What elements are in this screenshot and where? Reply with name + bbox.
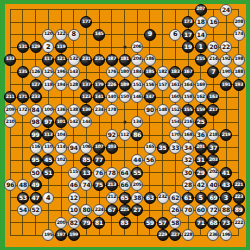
stone-black-59[interactable]: 59 bbox=[144, 217, 156, 229]
stone-white-70[interactable]: 70 bbox=[182, 204, 194, 216]
move-number: 51 bbox=[44, 170, 52, 176]
stone-black-17[interactable]: 17 bbox=[182, 29, 194, 41]
move-number: 147 bbox=[146, 95, 155, 100]
stone-black-86[interactable]: 86 bbox=[131, 129, 143, 141]
stone-black-193[interactable]: 193 bbox=[233, 79, 245, 91]
stone-black-223[interactable]: 223 bbox=[233, 192, 245, 204]
move-number: 209 bbox=[6, 108, 15, 113]
stone-white-48[interactable]: 48 bbox=[17, 179, 29, 191]
stone-black-107[interactable]: 107 bbox=[93, 142, 105, 154]
move-number: 154 bbox=[171, 120, 180, 125]
stone-black-155[interactable]: 155 bbox=[182, 104, 194, 116]
move-number: 163 bbox=[209, 95, 218, 100]
stone-white-28[interactable]: 28 bbox=[182, 179, 194, 191]
move-number: 177 bbox=[82, 20, 91, 25]
stone-black-45[interactable]: 45 bbox=[42, 154, 54, 166]
stone-black-183[interactable]: 183 bbox=[169, 66, 181, 78]
stone-black-117[interactable]: 117 bbox=[42, 54, 54, 66]
move-number: 66 bbox=[121, 182, 129, 188]
move-number: 78 bbox=[108, 170, 116, 176]
move-number: 62 bbox=[171, 195, 179, 201]
stone-white-206[interactable]: 206 bbox=[131, 41, 143, 53]
stone-white-205[interactable]: 205 bbox=[131, 179, 143, 191]
stone-black-31[interactable]: 31 bbox=[195, 154, 207, 166]
stone-white-162[interactable]: 162 bbox=[195, 91, 207, 103]
move-number: 162 bbox=[196, 95, 205, 100]
stone-white-6[interactable]: 6 bbox=[169, 29, 181, 41]
stone-white-172[interactable]: 172 bbox=[17, 104, 29, 116]
stone-white-72[interactable]: 72 bbox=[207, 204, 219, 216]
stone-white-78[interactable]: 78 bbox=[106, 167, 118, 179]
stone-black-75[interactable]: 75 bbox=[93, 179, 105, 191]
stone-white-42[interactable]: 42 bbox=[195, 179, 207, 191]
stone-black-61[interactable]: 61 bbox=[182, 192, 194, 204]
stone-white-110[interactable]: 110 bbox=[42, 142, 54, 154]
stone-black-99[interactable]: 99 bbox=[30, 129, 42, 141]
move-number: 160 bbox=[171, 95, 180, 100]
stone-white-80[interactable]: 80 bbox=[80, 204, 92, 216]
stone-white-204[interactable]: 204 bbox=[131, 54, 143, 66]
stone-white-140[interactable]: 140 bbox=[106, 91, 118, 103]
stone-black-65[interactable]: 65 bbox=[119, 192, 131, 204]
stone-black-49[interactable]: 49 bbox=[30, 179, 42, 191]
stone-white-188[interactable]: 188 bbox=[233, 66, 245, 78]
stone-white-12[interactable]: 12 bbox=[68, 192, 80, 204]
move-number: 143 bbox=[69, 70, 78, 75]
move-number: 184 bbox=[133, 70, 142, 75]
stone-black-187[interactable]: 187 bbox=[106, 54, 118, 66]
move-number: 36 bbox=[197, 132, 205, 138]
stone-white-182[interactable]: 182 bbox=[157, 66, 169, 78]
move-number: 190 bbox=[222, 70, 231, 75]
stone-white-180[interactable]: 180 bbox=[119, 66, 131, 78]
move-number: 27 bbox=[133, 207, 141, 213]
stone-black-211[interactable]: 211 bbox=[4, 91, 16, 103]
stone-white-161[interactable]: 161 bbox=[169, 79, 181, 91]
stone-white-208[interactable]: 208 bbox=[233, 16, 245, 28]
move-number: 77 bbox=[95, 157, 103, 163]
stone-black-103[interactable]: 103 bbox=[106, 142, 118, 154]
stone-black-219[interactable]: 219 bbox=[220, 129, 232, 141]
stone-black-89[interactable]: 89 bbox=[233, 204, 245, 216]
stone-white-146[interactable]: 146 bbox=[131, 91, 143, 103]
move-number: 43 bbox=[222, 182, 230, 188]
stone-black-121[interactable]: 121 bbox=[55, 54, 67, 66]
stone-white-88[interactable]: 88 bbox=[220, 204, 232, 216]
stone-black-85[interactable]: 85 bbox=[80, 154, 92, 166]
stone-white-20[interactable]: 20 bbox=[207, 41, 219, 53]
move-number: 196 bbox=[222, 233, 231, 238]
move-number: 231 bbox=[82, 57, 91, 62]
move-number: 128 bbox=[69, 83, 78, 88]
stone-black-63[interactable]: 63 bbox=[144, 192, 156, 204]
stone-black-173[interactable]: 173 bbox=[182, 16, 194, 28]
stone-white-126[interactable]: 126 bbox=[30, 66, 42, 78]
move-number: 157 bbox=[158, 83, 167, 88]
stone-white-104[interactable]: 104 bbox=[55, 129, 67, 141]
stone-white-228[interactable]: 228 bbox=[182, 229, 194, 241]
stone-white-112[interactable]: 112 bbox=[119, 129, 131, 141]
stone-black-51[interactable]: 51 bbox=[42, 167, 54, 179]
stone-white-26[interactable]: 26 bbox=[169, 204, 181, 216]
move-number: 64 bbox=[121, 170, 129, 176]
stone-white-190[interactable]: 190 bbox=[220, 66, 232, 78]
move-number: 40 bbox=[209, 182, 217, 188]
stone-black-97[interactable]: 97 bbox=[42, 116, 54, 128]
move-number: 35 bbox=[159, 145, 167, 151]
move-number: 224 bbox=[95, 208, 104, 213]
stone-black-5[interactable]: 5 bbox=[195, 192, 207, 204]
stone-white-218[interactable]: 218 bbox=[207, 129, 219, 141]
move-number: 206 bbox=[133, 45, 142, 50]
stone-black-79[interactable]: 79 bbox=[80, 217, 92, 229]
move-number: 144 bbox=[82, 120, 91, 125]
stone-white-66[interactable]: 66 bbox=[119, 179, 131, 191]
move-number: 32 bbox=[184, 157, 192, 163]
stone-black-73[interactable]: 73 bbox=[220, 217, 232, 229]
star-point bbox=[123, 46, 126, 49]
move-number: 45 bbox=[44, 157, 52, 163]
stone-black-139[interactable]: 139 bbox=[80, 104, 92, 116]
stone-white-120[interactable]: 120 bbox=[42, 29, 54, 41]
stone-black-185[interactable]: 185 bbox=[144, 66, 156, 78]
stone-white-32[interactable]: 32 bbox=[182, 154, 194, 166]
stone-white-106[interactable]: 106 bbox=[80, 142, 92, 154]
move-number: 28 bbox=[184, 182, 192, 188]
move-number: 159 bbox=[196, 108, 205, 113]
stone-white-142[interactable]: 142 bbox=[68, 116, 80, 128]
stone-white-46[interactable]: 46 bbox=[68, 179, 80, 191]
stone-white-10[interactable]: 10 bbox=[68, 204, 80, 216]
move-number: 150 bbox=[120, 95, 129, 100]
stone-white-202[interactable]: 202 bbox=[207, 167, 219, 179]
stone-black-53[interactable]: 53 bbox=[17, 192, 29, 204]
stone-white-30[interactable]: 30 bbox=[182, 167, 194, 179]
move-number: 24 bbox=[222, 7, 230, 13]
stone-black-37[interactable]: 37 bbox=[207, 142, 219, 154]
stone-white-178[interactable]: 178 bbox=[106, 104, 118, 116]
move-number: 53 bbox=[19, 195, 27, 201]
stone-white-18[interactable]: 18 bbox=[195, 16, 207, 28]
stone-black-226[interactable]: 226 bbox=[106, 79, 118, 91]
star-point bbox=[123, 121, 126, 124]
stone-white-92[interactable]: 92 bbox=[106, 129, 118, 141]
move-number: 107 bbox=[95, 145, 104, 150]
move-number: 194 bbox=[57, 83, 66, 88]
move-number: 199 bbox=[69, 233, 78, 238]
stone-black-43[interactable]: 43 bbox=[220, 179, 232, 191]
stone-white-214[interactable]: 214 bbox=[207, 54, 219, 66]
stone-white-44[interactable]: 44 bbox=[131, 154, 143, 166]
stone-white-157[interactable]: 157 bbox=[157, 79, 169, 91]
stone-white-165[interactable]: 165 bbox=[144, 142, 156, 154]
move-number: 181 bbox=[120, 57, 129, 62]
move-number: 225 bbox=[120, 208, 129, 213]
stone-black-129[interactable]: 129 bbox=[30, 41, 42, 53]
move-number: 76 bbox=[95, 170, 103, 176]
stone-white-158[interactable]: 158 bbox=[182, 91, 194, 103]
move-number: 236 bbox=[209, 233, 218, 238]
move-number: 183 bbox=[171, 70, 180, 75]
stone-black-137[interactable]: 137 bbox=[80, 79, 92, 91]
move-number: 44 bbox=[133, 157, 141, 163]
stone-white-60[interactable]: 60 bbox=[195, 204, 207, 216]
stone-white-195[interactable]: 195 bbox=[42, 229, 54, 241]
stone-white-200[interactable]: 200 bbox=[55, 217, 67, 229]
stone-white-118[interactable]: 118 bbox=[42, 79, 54, 91]
stone-white-144[interactable]: 144 bbox=[80, 116, 92, 128]
stone-white-94[interactable]: 94 bbox=[68, 142, 80, 154]
stone-white-64[interactable]: 64 bbox=[119, 167, 131, 179]
stone-black-207[interactable]: 207 bbox=[195, 4, 207, 16]
stone-white-76[interactable]: 76 bbox=[93, 167, 105, 179]
stone-black-215[interactable]: 215 bbox=[195, 54, 207, 66]
stone-white-209[interactable]: 209 bbox=[4, 104, 16, 116]
move-number: 171 bbox=[19, 95, 28, 100]
stone-black-3[interactable]: 3 bbox=[220, 192, 232, 204]
stone-white-22[interactable]: 22 bbox=[220, 41, 232, 53]
stone-white-2[interactable]: 2 bbox=[42, 41, 54, 53]
stone-white-232[interactable]: 232 bbox=[157, 192, 169, 204]
stone-white-210[interactable]: 210 bbox=[4, 116, 16, 128]
stone-black-13[interactable]: 13 bbox=[80, 167, 92, 179]
stone-black-181[interactable]: 181 bbox=[119, 54, 131, 66]
stone-black-191[interactable]: 191 bbox=[220, 79, 232, 91]
move-number: 29 bbox=[197, 170, 205, 176]
stone-black-1[interactable]: 1 bbox=[195, 41, 207, 53]
move-number: 52 bbox=[32, 207, 40, 213]
move-number: 131 bbox=[19, 45, 28, 50]
stone-white-84[interactable]: 84 bbox=[30, 104, 42, 116]
stone-black-127[interactable]: 127 bbox=[30, 79, 42, 91]
stone-black-229[interactable]: 229 bbox=[157, 229, 169, 241]
stone-black-213[interactable]: 213 bbox=[106, 179, 118, 191]
stone-white-236[interactable]: 236 bbox=[207, 229, 219, 241]
move-number: 31 bbox=[197, 157, 205, 163]
stone-white-16[interactable]: 16 bbox=[207, 16, 219, 28]
stone-white-192[interactable]: 192 bbox=[220, 54, 232, 66]
stone-black-69[interactable]: 69 bbox=[207, 192, 219, 204]
stone-white-8[interactable]: 8 bbox=[68, 29, 80, 41]
stone-black-203[interactable]: 203 bbox=[207, 154, 219, 166]
stone-white-114[interactable]: 114 bbox=[55, 142, 67, 154]
stone-black-47[interactable]: 47 bbox=[30, 192, 42, 204]
stone-black-67[interactable]: 67 bbox=[106, 204, 118, 216]
stone-white-164[interactable]: 164 bbox=[182, 79, 194, 91]
stone-black-35[interactable]: 35 bbox=[157, 142, 169, 154]
stone-white-198[interactable]: 198 bbox=[233, 54, 245, 66]
stone-white-14[interactable]: 14 bbox=[195, 29, 207, 41]
stone-white-50[interactable]: 50 bbox=[30, 167, 42, 179]
stone-white-102[interactable]: 102 bbox=[55, 154, 67, 166]
move-number: 9 bbox=[148, 31, 153, 38]
stone-black-225[interactable]: 225 bbox=[119, 204, 131, 216]
stone-white-54[interactable]: 54 bbox=[17, 204, 29, 216]
stone-white-115[interactable]: 115 bbox=[68, 167, 80, 179]
stone-black-135[interactable]: 135 bbox=[17, 66, 29, 78]
stone-white-169[interactable]: 169 bbox=[195, 79, 207, 91]
stone-black-145[interactable]: 145 bbox=[93, 29, 105, 41]
stone-black-133[interactable]: 133 bbox=[4, 54, 16, 66]
move-number: 185 bbox=[146, 70, 155, 75]
move-number: 136 bbox=[57, 108, 66, 113]
move-number: 187 bbox=[107, 57, 116, 62]
stone-black-25[interactable]: 25 bbox=[195, 116, 207, 128]
move-number: 1 bbox=[198, 44, 203, 51]
stone-white-34[interactable]: 34 bbox=[182, 142, 194, 154]
stone-white-174[interactable]: 174 bbox=[233, 29, 245, 41]
stone-white-58[interactable]: 58 bbox=[169, 217, 181, 229]
stone-black-221[interactable]: 221 bbox=[233, 179, 245, 191]
stone-black-95[interactable]: 95 bbox=[30, 154, 42, 166]
stone-black-163[interactable]: 163 bbox=[207, 91, 219, 103]
stone-white-138[interactable]: 138 bbox=[68, 104, 80, 116]
move-number: 30 bbox=[184, 170, 192, 176]
stone-white-38[interactable]: 38 bbox=[131, 192, 143, 204]
move-number: 215 bbox=[196, 57, 205, 62]
move-number: 123 bbox=[82, 95, 91, 100]
stone-black-227[interactable]: 227 bbox=[169, 229, 181, 241]
move-number: 212 bbox=[107, 195, 116, 200]
stone-white-128[interactable]: 128 bbox=[68, 79, 80, 91]
move-number: 174 bbox=[234, 32, 243, 37]
stone-white-196[interactable]: 196 bbox=[55, 66, 67, 78]
stone-white-184[interactable]: 184 bbox=[131, 66, 143, 78]
stone-white-222[interactable]: 222 bbox=[233, 217, 245, 229]
stone-black-197[interactable]: 197 bbox=[55, 229, 67, 241]
stone-black-159[interactable]: 159 bbox=[195, 104, 207, 116]
move-number: 7 bbox=[211, 69, 216, 76]
move-number: 129 bbox=[31, 45, 40, 50]
stone-white-74[interactable]: 74 bbox=[80, 179, 92, 191]
stone-white-100[interactable]: 100 bbox=[42, 104, 54, 116]
stone-white-216[interactable]: 216 bbox=[182, 116, 194, 128]
move-number: 127 bbox=[31, 83, 40, 88]
move-number: 156 bbox=[146, 83, 155, 88]
stone-black-7[interactable]: 7 bbox=[207, 66, 219, 78]
stone-black-199[interactable]: 199 bbox=[68, 229, 80, 241]
move-number: 38 bbox=[133, 195, 141, 201]
stone-white-168[interactable]: 168 bbox=[182, 129, 194, 141]
stone-black-29[interactable]: 29 bbox=[195, 167, 207, 179]
stone-white-136[interactable]: 136 bbox=[55, 104, 67, 116]
stone-white-36[interactable]: 36 bbox=[195, 129, 207, 141]
stone-white-224[interactable]: 224 bbox=[93, 204, 105, 216]
move-number: 170 bbox=[171, 133, 180, 138]
stone-white-134[interactable]: 134 bbox=[131, 116, 143, 128]
stone-white-212[interactable]: 212 bbox=[106, 192, 118, 204]
stone-white-151[interactable]: 151 bbox=[131, 79, 143, 91]
stone-white-33[interactable]: 33 bbox=[169, 142, 181, 154]
stone-black-81[interactable]: 81 bbox=[93, 217, 105, 229]
stone-black-177[interactable]: 177 bbox=[80, 16, 92, 28]
stone-white-194[interactable]: 194 bbox=[55, 79, 67, 91]
stone-black-101[interactable]: 101 bbox=[55, 116, 67, 128]
stone-black-113[interactable]: 113 bbox=[42, 129, 54, 141]
stone-white-40[interactable]: 40 bbox=[207, 179, 219, 191]
move-number: 146 bbox=[133, 95, 142, 100]
stone-white-90[interactable]: 90 bbox=[144, 104, 156, 116]
stone-black-19[interactable]: 19 bbox=[182, 41, 194, 53]
move-number: 37 bbox=[209, 145, 217, 151]
stone-black-41[interactable]: 41 bbox=[220, 167, 232, 179]
stone-white-170[interactable]: 170 bbox=[169, 129, 181, 141]
stone-black-147[interactable]: 147 bbox=[144, 91, 156, 103]
stone-black-167[interactable]: 167 bbox=[182, 66, 194, 78]
stone-white-150[interactable]: 150 bbox=[119, 91, 131, 103]
stone-white-176[interactable]: 176 bbox=[106, 66, 118, 78]
stone-white-186[interactable]: 186 bbox=[144, 54, 156, 66]
stone-black-179[interactable]: 179 bbox=[93, 79, 105, 91]
stone-black-141[interactable]: 141 bbox=[93, 91, 105, 103]
move-number: 204 bbox=[133, 57, 142, 62]
stone-black-233[interactable]: 233 bbox=[30, 91, 42, 103]
stone-black-77[interactable]: 77 bbox=[93, 154, 105, 166]
stone-white-156[interactable]: 156 bbox=[144, 79, 156, 91]
stone-black-131[interactable]: 131 bbox=[17, 41, 29, 53]
move-number: 151 bbox=[133, 83, 142, 88]
stone-black-55[interactable]: 55 bbox=[131, 167, 143, 179]
stone-black-119[interactable]: 119 bbox=[55, 41, 67, 53]
stone-white-160[interactable]: 160 bbox=[169, 91, 181, 103]
stone-white-96[interactable]: 96 bbox=[4, 179, 16, 191]
stone-black-83[interactable]: 83 bbox=[119, 217, 131, 229]
stone-white-132[interactable]: 132 bbox=[68, 54, 80, 66]
stone-black-57[interactable]: 57 bbox=[157, 217, 169, 229]
stone-black-231[interactable]: 231 bbox=[80, 54, 92, 66]
stone-white-116[interactable]: 116 bbox=[30, 142, 42, 154]
stone-black-9[interactable]: 9 bbox=[144, 29, 156, 41]
stone-black-189[interactable]: 189 bbox=[119, 79, 131, 91]
stone-black-171[interactable]: 171 bbox=[17, 91, 29, 103]
move-number: 10 bbox=[70, 207, 78, 213]
stone-white-154[interactable]: 154 bbox=[169, 116, 181, 128]
stone-white-62[interactable]: 62 bbox=[169, 192, 181, 204]
stone-black-217[interactable]: 217 bbox=[207, 104, 219, 116]
move-number: 222 bbox=[234, 221, 243, 226]
stone-white-56[interactable]: 56 bbox=[144, 154, 156, 166]
move-number: 197 bbox=[57, 233, 66, 238]
stone-white-125[interactable]: 125 bbox=[42, 66, 54, 78]
stone-black-68[interactable]: 68 bbox=[207, 217, 219, 229]
stone-black-123[interactable]: 123 bbox=[80, 91, 92, 103]
stone-white-98[interactable]: 98 bbox=[30, 116, 42, 128]
stone-white-196[interactable]: 196 bbox=[220, 229, 232, 241]
stone-white-152[interactable]: 152 bbox=[169, 104, 181, 116]
stone-white-122[interactable]: 122 bbox=[55, 29, 67, 41]
move-number: 12 bbox=[70, 195, 78, 201]
stone-white-148[interactable]: 148 bbox=[157, 104, 169, 116]
stone-white-143[interactable]: 143 bbox=[68, 66, 80, 78]
move-number: 133 bbox=[6, 57, 15, 62]
move-number: 46 bbox=[70, 182, 78, 188]
go-app-window: 2072417717318162081201228145961714174131… bbox=[0, 0, 250, 250]
stone-black-71[interactable]: 71 bbox=[195, 217, 207, 229]
move-number: 48 bbox=[19, 182, 27, 188]
move-number: 137 bbox=[82, 83, 91, 88]
stone-white-4[interactable]: 4 bbox=[42, 192, 54, 204]
stone-white-234[interactable]: 234 bbox=[93, 104, 105, 116]
move-number: 234 bbox=[95, 108, 104, 113]
move-number: 112 bbox=[120, 133, 129, 138]
stone-black-235[interactable]: 235 bbox=[93, 54, 105, 66]
stone-black-27[interactable]: 27 bbox=[131, 204, 143, 216]
stone-white-82[interactable]: 82 bbox=[68, 217, 80, 229]
move-number: 47 bbox=[32, 195, 40, 201]
stone-black-201[interactable]: 201 bbox=[195, 142, 207, 154]
stone-white-52[interactable]: 52 bbox=[30, 204, 42, 216]
stone-white-24[interactable]: 24 bbox=[220, 4, 232, 16]
